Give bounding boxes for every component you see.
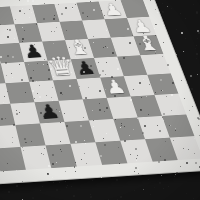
white-pawn-glyph: ♟ [101,2,125,18]
grain-speck [71,186,72,187]
grain-speck [197,74,198,75]
grain-speck [53,182,54,183]
black-pawn-glyph: ♟ [73,59,98,77]
grain-speck [198,32,200,34]
grain-speck [176,29,177,30]
grain-speck [42,186,43,187]
white-bishop-glyph: ♝ [133,34,162,54]
grain-speck [193,4,194,5]
chess-board: ♟♚♟♞♟♝♝♛♟♟♟ [0,0,200,185]
grain-speck [171,8,172,9]
grain-speck [65,181,66,182]
grain-speck [116,179,118,181]
grain-speck [134,190,135,191]
grain-speck [196,11,198,13]
black-pawn-glyph: ♟ [37,102,62,121]
grain-speck [67,185,68,186]
playing-area: ♟♚♟♞♟♝♝♛♟♟♟ [0,0,200,171]
white-queen-d5: ♛ [47,59,76,80]
grain-speck [181,32,183,34]
grain-speck [196,58,197,59]
grain-speck [108,199,109,200]
grain-speck [32,197,34,199]
white-pawn-glyph: ♟ [129,18,153,35]
grain-speck [150,194,151,195]
grain-speck [162,3,163,4]
black-pawn-c6: ♟ [19,42,47,62]
grain-speck [120,196,122,198]
grain-speck [66,187,67,188]
grain-speck [143,189,144,190]
grain-speck [193,198,194,199]
grain-speck [148,179,149,180]
grain-speck [90,194,91,195]
grain-speck [159,182,161,184]
white-bishop-h6: ♝ [134,35,164,55]
grain-speck [191,88,193,90]
grain-speck [195,48,196,49]
grain-speck [183,51,184,52]
white-pawn-f4: ♟ [100,76,130,98]
grain-speck [73,195,75,197]
grain-speck [163,188,164,189]
white-bishop-glyph: ♝ [65,38,93,58]
grain-speck [90,196,92,198]
grain-speck [197,38,198,39]
black-pawn-glyph: ♟ [22,43,45,60]
grain-speck [162,11,163,12]
grain-speck [184,51,185,52]
grain-speck [196,53,198,55]
grain-speck [185,38,186,39]
white-pawn-g8: ♟ [99,0,127,19]
grain-speck [92,180,93,181]
grain-speck [186,193,187,194]
black-pawn-e5: ♟ [71,58,100,79]
grain-speck [22,199,23,200]
grain-speck [167,6,168,7]
grain-speck [185,18,186,19]
white-queen-glyph: ♛ [44,54,78,79]
grain-speck [59,182,60,183]
grain-speck [40,190,41,191]
grain-speck [161,175,162,176]
grain-speck [196,45,197,46]
grain-speck [190,75,192,77]
grain-speck [197,30,199,32]
grain-speck [174,176,175,177]
grain-speck [16,185,18,187]
grain-speck [8,191,10,193]
grain-speck [154,187,155,188]
white-bishop-e6: ♝ [65,39,94,59]
white-pawn-glyph: ♟ [103,78,128,96]
grain-speck [56,189,58,191]
black-knight-a6: ♞ [0,44,1,65]
board-photo: ♟♚♟♞♟♝♝♛♟♟♟ [0,0,200,200]
grain-speck [117,199,118,200]
grain-speck [180,13,181,14]
grain-speck [175,174,176,175]
grain-speck [168,186,169,187]
piece-layer: ♟♚♟♞♟♝♝♛♟♟♟ [0,0,200,171]
grain-speck [196,12,198,14]
grain-speck [162,11,164,13]
white-pawn-h7: ♟ [127,17,156,37]
black-pawn-c3: ♟ [34,101,64,124]
